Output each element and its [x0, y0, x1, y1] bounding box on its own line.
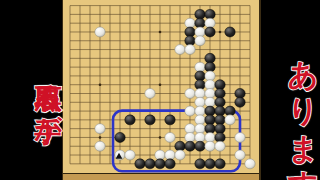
white-stone-c14-r5	[195, 36, 205, 46]
black-stone-c9-r19	[145, 159, 155, 169]
black-stone-c11-r19	[165, 159, 175, 169]
black-stone-c15-r7	[205, 53, 215, 63]
black-stone-c16-r12	[215, 97, 225, 107]
black-stone-c14-r10	[195, 80, 205, 90]
video-frame: 黒石取る手が あります	[0, 0, 320, 180]
white-stone-c13-r16	[185, 132, 195, 142]
black-stone-c7-r14	[125, 115, 135, 125]
black-stone-c15-r14	[205, 115, 215, 125]
white-stone-c14-r13	[195, 106, 205, 116]
caption-left-text: 黒石取る手が	[24, 65, 62, 126]
white-stone-c16-r17	[215, 141, 225, 151]
white-stone-c15-r11	[205, 89, 215, 99]
white-stone-c9-r11	[145, 89, 155, 99]
white-stone-c7-r18	[125, 150, 135, 160]
black-stone-c18-r12	[235, 97, 245, 107]
go-board	[62, 0, 261, 180]
black-stone-c15-r19	[205, 159, 215, 169]
white-stone-c13-r6	[185, 45, 195, 55]
white-stone-c14-r4	[195, 27, 205, 37]
black-stone-c14-r19	[195, 159, 205, 169]
white-stone-c14-r15	[195, 124, 205, 134]
white-stone-c14-r14	[195, 115, 205, 125]
white-stone-c18-r18	[235, 150, 245, 160]
goban-grid	[65, 1, 257, 173]
black-stone-c14-r2	[195, 9, 205, 19]
black-stone-c16-r13	[215, 106, 225, 116]
white-stone-c17-r14	[225, 115, 235, 125]
black-stone-c16-r19	[215, 159, 225, 169]
black-stone-c15-r2	[205, 9, 215, 19]
white-stone-c14-r16	[195, 132, 205, 142]
star-point	[159, 31, 162, 34]
white-stone-c15-r3	[205, 18, 215, 28]
black-stone-c15-r13	[205, 106, 215, 116]
black-stone-c11-r14	[165, 115, 175, 125]
black-stone-c17-r13	[225, 106, 235, 116]
star-point	[99, 136, 102, 139]
black-stone-c14-r3	[195, 18, 205, 28]
black-stone-c9-r14	[145, 115, 155, 125]
black-stone-c15-r15	[205, 124, 215, 134]
white-stone-c19-r19	[245, 159, 255, 169]
white-stone-c15-r10	[205, 80, 215, 90]
white-stone-c4-r4	[95, 27, 105, 37]
black-stone-c18-r11	[235, 89, 245, 99]
white-stone-c14-r8	[195, 62, 205, 72]
black-stone-c8-r19	[135, 159, 145, 169]
white-stone-c13-r13	[185, 106, 195, 116]
black-stone-c14-r17	[195, 141, 205, 151]
white-stone-c14-r12	[195, 97, 205, 107]
black-stone-c13-r4	[185, 27, 195, 37]
white-stone-c13-r3	[185, 18, 195, 28]
star-point	[99, 83, 102, 86]
black-stone-c16-r15	[215, 124, 225, 134]
black-stone-c6-r16	[115, 132, 125, 142]
caption-left: 黒石取る手が	[24, 0, 62, 180]
white-stone-c4-r15	[95, 124, 105, 134]
white-stone-c15-r9	[205, 71, 215, 81]
white-stone-c13-r15	[185, 124, 195, 134]
star-point	[159, 136, 162, 139]
black-stone-c15-r8	[205, 62, 215, 72]
black-stone-c16-r14	[215, 115, 225, 125]
white-stone-c15-r12	[205, 97, 215, 107]
white-stone-c13-r11	[185, 89, 195, 99]
black-stone-c16-r11	[215, 89, 225, 99]
white-stone-c15-r16	[205, 132, 215, 142]
star-point	[219, 31, 222, 34]
white-stone-c11-r16	[165, 132, 175, 142]
white-stone-c15-r17	[205, 141, 215, 151]
black-stone-c17-r4	[225, 27, 235, 37]
black-stone-c15-r4	[205, 27, 215, 37]
black-stone-c16-r10	[215, 80, 225, 90]
white-stone-c12-r6	[175, 45, 185, 55]
white-stone-c18-r16	[235, 132, 245, 142]
board-bottom-edge	[63, 173, 259, 180]
black-stone-c12-r17	[175, 141, 185, 151]
star-point	[159, 83, 162, 86]
black-stone-c16-r16	[215, 132, 225, 142]
white-stone-c11-r18	[165, 150, 175, 160]
black-stone-c13-r5	[185, 36, 195, 46]
white-stone-c14-r11	[195, 89, 205, 99]
caption-right-text: あります	[282, 40, 318, 180]
white-stone-c12-r18	[175, 150, 185, 160]
white-stone-c4-r17	[95, 141, 105, 151]
black-stone-c13-r17	[185, 141, 195, 151]
white-stone-c10-r18	[155, 150, 165, 160]
caption-right: あります	[282, 0, 318, 180]
black-stone-c10-r19	[155, 159, 165, 169]
black-stone-c14-r9	[195, 71, 205, 81]
